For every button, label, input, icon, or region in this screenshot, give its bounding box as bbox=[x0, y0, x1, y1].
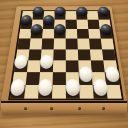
square-r8c2 bbox=[24, 85, 39, 99]
square-r1c4[interactable]: ⛂ bbox=[55, 11, 66, 20]
square-r7c4[interactable] bbox=[53, 72, 66, 85]
square-r1c6[interactable]: ⛂ bbox=[76, 11, 87, 20]
square-r3c2[interactable]: ⛂ bbox=[31, 29, 43, 39]
square-r8c8 bbox=[106, 85, 121, 99]
square-r5c2[interactable] bbox=[28, 49, 41, 60]
square-r4c8 bbox=[101, 39, 114, 49]
square-r1c5 bbox=[66, 11, 77, 20]
black-piece[interactable]: ⛂ bbox=[20, 15, 32, 26]
black-piece[interactable]: ⛂ bbox=[43, 15, 54, 26]
square-r2c6 bbox=[77, 20, 89, 29]
checkers-board: ⛂⛂⛂⛂⛂⛂⛂⛂⛂⛀⛀⛀⛀⛀⛀⛀⛀ bbox=[1, 6, 127, 101]
square-r8c7[interactable]: ⛀ bbox=[93, 85, 108, 99]
square-r7c8[interactable]: ⛀ bbox=[105, 72, 120, 85]
square-r3c4[interactable]: ⛂ bbox=[54, 29, 66, 39]
square-r8c5[interactable]: ⛀ bbox=[66, 85, 80, 99]
square-r3c5 bbox=[66, 29, 78, 39]
square-r4c2 bbox=[29, 39, 42, 49]
board-front-rail bbox=[1, 101, 127, 114]
square-r2c5[interactable] bbox=[66, 20, 77, 29]
square-r4c4 bbox=[54, 39, 66, 49]
square-r6c5[interactable] bbox=[66, 60, 79, 72]
game-scene: ⛂⛂⛂⛂⛂⛂⛂⛂⛂⛀⛀⛀⛀⛀⛀⛀⛀ bbox=[0, 0, 128, 128]
square-r4c3[interactable] bbox=[42, 39, 54, 49]
black-piece[interactable]: ⛂ bbox=[54, 24, 65, 35]
square-r5c5 bbox=[66, 49, 79, 60]
rail-dot-icon bbox=[24, 107, 27, 110]
black-piece[interactable]: ⛂ bbox=[98, 6, 110, 16]
square-r3c6[interactable] bbox=[77, 29, 89, 39]
rail-dot-icon bbox=[78, 107, 81, 110]
black-piece[interactable]: ⛂ bbox=[32, 6, 43, 16]
square-r6c3[interactable]: ⛀ bbox=[40, 60, 53, 72]
white-piece[interactable]: ⛀ bbox=[66, 79, 80, 95]
square-r8c4 bbox=[52, 85, 66, 99]
rail-dot-icon bbox=[102, 107, 105, 110]
white-piece[interactable]: ⛀ bbox=[10, 79, 25, 95]
black-piece[interactable]: ⛂ bbox=[100, 24, 113, 35]
black-piece[interactable]: ⛂ bbox=[30, 24, 42, 35]
white-piece[interactable]: ⛀ bbox=[14, 55, 28, 69]
square-r8c3[interactable]: ⛀ bbox=[38, 85, 52, 99]
white-piece[interactable]: ⛀ bbox=[40, 55, 53, 69]
square-r8c6 bbox=[79, 85, 93, 99]
white-piece[interactable]: ⛀ bbox=[38, 79, 52, 95]
square-r4c6 bbox=[77, 39, 90, 49]
square-r3c3 bbox=[42, 29, 54, 39]
square-r3c8[interactable]: ⛂ bbox=[100, 29, 113, 39]
square-r5c8[interactable] bbox=[102, 49, 116, 60]
square-r7c6[interactable]: ⛀ bbox=[79, 72, 93, 85]
square-r5c6[interactable] bbox=[78, 49, 91, 60]
square-r2c3[interactable]: ⛂ bbox=[43, 20, 55, 29]
rail-dot-icon bbox=[50, 107, 53, 110]
board-grid: ⛂⛂⛂⛂⛂⛂⛂⛂⛂⛀⛀⛀⛀⛀⛀⛀⛀ bbox=[8, 10, 124, 100]
black-piece[interactable]: ⛂ bbox=[76, 6, 87, 16]
square-r6c2 bbox=[27, 60, 41, 72]
square-r7c2[interactable] bbox=[26, 72, 40, 85]
white-piece[interactable]: ⛀ bbox=[105, 67, 120, 82]
square-r4c5[interactable] bbox=[66, 39, 78, 49]
square-r5c4[interactable] bbox=[53, 49, 65, 60]
black-piece[interactable]: ⛂ bbox=[55, 6, 66, 16]
square-r1c8[interactable]: ⛂ bbox=[98, 11, 110, 20]
square-r6c4 bbox=[53, 60, 66, 72]
